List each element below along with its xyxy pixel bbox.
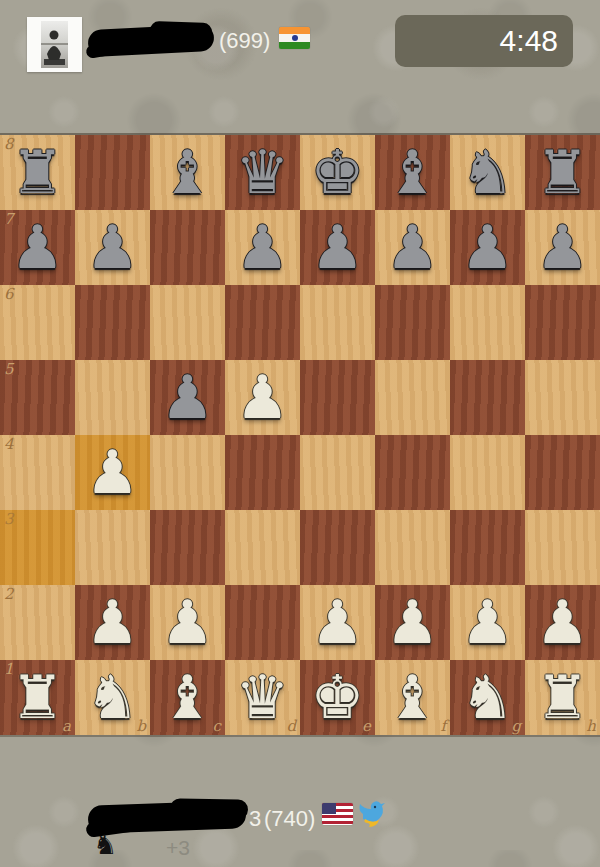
square-f5[interactable] xyxy=(375,360,450,435)
square-b5[interactable] xyxy=(75,360,150,435)
black-pawn[interactable]: ♟ xyxy=(461,210,515,285)
square-e1[interactable]: e♚ xyxy=(300,660,375,735)
square-d5[interactable]: ♟ xyxy=(225,360,300,435)
square-g2[interactable]: ♟ xyxy=(450,585,525,660)
square-h1[interactable]: h♜ xyxy=(525,660,600,735)
square-c2[interactable]: ♟ xyxy=(150,585,225,660)
square-d1[interactable]: d♛ xyxy=(225,660,300,735)
square-e8[interactable]: ♚ xyxy=(300,135,375,210)
bottom-player-name-redaction-3 xyxy=(170,798,248,819)
white-queen[interactable]: ♛ xyxy=(236,660,290,735)
square-h2[interactable]: ♟ xyxy=(525,585,600,660)
chess-board: 8♜♝♛♚♝♞♜7♟♟♟♟♟♟♟65♟♟4♟32♟♟♟♟♟♟1a♜b♞c♝d♛e… xyxy=(0,133,600,737)
india-flag-icon xyxy=(279,27,310,49)
square-a7[interactable]: 7♟ xyxy=(0,210,75,285)
square-d2[interactable] xyxy=(225,585,300,660)
top-player-rating: (699) xyxy=(219,28,270,54)
square-b1[interactable]: b♞ xyxy=(75,660,150,735)
white-knight[interactable]: ♞ xyxy=(461,660,515,735)
square-h7[interactable]: ♟ xyxy=(525,210,600,285)
top-player-bar: (699) 4:48 xyxy=(0,0,600,133)
square-h5[interactable] xyxy=(525,360,600,435)
top-player-name-redaction-3 xyxy=(150,21,213,41)
black-knight[interactable]: ♞ xyxy=(461,135,515,210)
square-c4[interactable] xyxy=(150,435,225,510)
white-pawn[interactable]: ♟ xyxy=(86,435,140,510)
square-a1[interactable]: 1a♜ xyxy=(0,660,75,735)
square-a3[interactable]: 3 xyxy=(0,510,75,585)
material-advantage: +3 xyxy=(166,836,190,860)
bottom-player-rating: (740) xyxy=(264,806,315,832)
square-e4[interactable] xyxy=(300,435,375,510)
black-queen[interactable]: ♛ xyxy=(236,135,290,210)
white-pawn[interactable]: ♟ xyxy=(86,585,140,660)
square-b3[interactable] xyxy=(75,510,150,585)
white-rook[interactable]: ♜ xyxy=(11,660,65,735)
square-e2[interactable]: ♟ xyxy=(300,585,375,660)
top-player-clock-value: 4:48 xyxy=(500,24,558,58)
square-g6[interactable] xyxy=(450,285,525,360)
black-rook[interactable]: ♜ xyxy=(536,135,590,210)
black-pawn[interactable]: ♟ xyxy=(11,210,65,285)
square-a4[interactable]: 4 xyxy=(0,435,75,510)
white-bishop[interactable]: ♝ xyxy=(161,660,215,735)
white-pawn[interactable]: ♟ xyxy=(461,585,515,660)
square-e5[interactable] xyxy=(300,360,375,435)
square-f2[interactable]: ♟ xyxy=(375,585,450,660)
white-pawn[interactable]: ♟ xyxy=(311,585,365,660)
square-d3[interactable] xyxy=(225,510,300,585)
square-f1[interactable]: f♝ xyxy=(375,660,450,735)
square-h8[interactable]: ♜ xyxy=(525,135,600,210)
square-a2[interactable]: 2 xyxy=(0,585,75,660)
black-bishop[interactable]: ♝ xyxy=(386,135,440,210)
square-b4[interactable]: ♟ xyxy=(75,435,150,510)
top-avatar-photo xyxy=(41,21,68,68)
square-a6[interactable]: 6 xyxy=(0,285,75,360)
square-d8[interactable]: ♛ xyxy=(225,135,300,210)
captured-knight-icon: ♞ xyxy=(93,829,117,860)
square-h6[interactable] xyxy=(525,285,600,360)
black-king[interactable]: ♚ xyxy=(311,135,365,210)
black-rook[interactable]: ♜ xyxy=(11,135,65,210)
square-f6[interactable] xyxy=(375,285,450,360)
white-king[interactable]: ♚ xyxy=(311,660,365,735)
white-knight[interactable]: ♞ xyxy=(86,660,140,735)
white-rook[interactable]: ♜ xyxy=(536,660,590,735)
square-c3[interactable] xyxy=(150,510,225,585)
white-pawn[interactable]: ♟ xyxy=(386,585,440,660)
square-e7[interactable]: ♟ xyxy=(300,210,375,285)
square-f4[interactable] xyxy=(375,435,450,510)
square-g4[interactable] xyxy=(450,435,525,510)
black-bishop[interactable]: ♝ xyxy=(161,135,215,210)
square-g7[interactable]: ♟ xyxy=(450,210,525,285)
top-player-clock: 4:48 xyxy=(395,15,573,67)
rank-label-3: 3 xyxy=(4,512,14,527)
black-pawn[interactable]: ♟ xyxy=(86,210,140,285)
white-pawn[interactable]: ♟ xyxy=(236,360,290,435)
square-h3[interactable] xyxy=(525,510,600,585)
square-d4[interactable] xyxy=(225,435,300,510)
square-d7[interactable]: ♟ xyxy=(225,210,300,285)
bottom-player-bar: 3 (740) 9:52 ♞ +3 xyxy=(0,735,600,867)
twitter-bird-icon xyxy=(357,799,389,829)
rank-label-2: 2 xyxy=(4,587,14,602)
square-c7[interactable] xyxy=(150,210,225,285)
square-a8[interactable]: 8♜ xyxy=(0,135,75,210)
square-c1[interactable]: c♝ xyxy=(150,660,225,735)
black-pawn[interactable]: ♟ xyxy=(236,210,290,285)
square-b2[interactable]: ♟ xyxy=(75,585,150,660)
square-e3[interactable] xyxy=(300,510,375,585)
rank-label-5: 5 xyxy=(4,362,14,377)
square-b7[interactable]: ♟ xyxy=(75,210,150,285)
square-a5[interactable]: 5 xyxy=(0,360,75,435)
square-f7[interactable]: ♟ xyxy=(375,210,450,285)
black-pawn[interactable]: ♟ xyxy=(386,210,440,285)
us-flag-icon xyxy=(322,803,353,825)
square-e6[interactable] xyxy=(300,285,375,360)
square-d6[interactable] xyxy=(225,285,300,360)
square-h4[interactable] xyxy=(525,435,600,510)
rank-label-4: 4 xyxy=(4,437,14,452)
square-c6[interactable] xyxy=(150,285,225,360)
square-f3[interactable] xyxy=(375,510,450,585)
black-pawn[interactable]: ♟ xyxy=(311,210,365,285)
square-g3[interactable] xyxy=(450,510,525,585)
file-label-f: f xyxy=(440,719,446,734)
square-g8[interactable]: ♞ xyxy=(450,135,525,210)
black-pawn[interactable]: ♟ xyxy=(536,210,590,285)
square-c5[interactable]: ♟ xyxy=(150,360,225,435)
white-pawn[interactable]: ♟ xyxy=(536,585,590,660)
rank-label-6: 6 xyxy=(4,287,14,302)
white-pawn[interactable]: ♟ xyxy=(161,585,215,660)
square-c8[interactable]: ♝ xyxy=(150,135,225,210)
square-b8[interactable] xyxy=(75,135,150,210)
square-b6[interactable] xyxy=(75,285,150,360)
square-g1[interactable]: g♞ xyxy=(450,660,525,735)
square-g5[interactable] xyxy=(450,360,525,435)
square-f8[interactable]: ♝ xyxy=(375,135,450,210)
bottom-player-name-suffix: 3 xyxy=(249,806,261,832)
white-bishop[interactable]: ♝ xyxy=(386,660,440,735)
top-player-avatar[interactable] xyxy=(27,17,82,72)
black-pawn[interactable]: ♟ xyxy=(161,360,215,435)
